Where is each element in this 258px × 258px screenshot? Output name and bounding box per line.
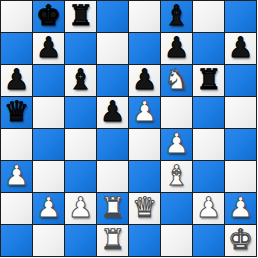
square-b3[interactable]: [33, 161, 64, 192]
piece-white-knight: ♞: [164, 66, 189, 94]
square-e6[interactable]: ♟: [129, 65, 160, 96]
square-f1[interactable]: [161, 225, 192, 256]
square-c2[interactable]: ♟: [65, 193, 96, 224]
square-e8[interactable]: [129, 1, 160, 32]
square-a5[interactable]: ♛: [1, 97, 32, 128]
square-h5[interactable]: [225, 97, 256, 128]
piece-white-rook: ♜: [100, 194, 125, 222]
square-h3[interactable]: [225, 161, 256, 192]
square-h6[interactable]: [225, 65, 256, 96]
piece-white-pawn: ♟: [196, 194, 221, 222]
square-b5[interactable]: [33, 97, 64, 128]
piece-white-queen: ♛: [132, 194, 157, 222]
piece-black-pawn: ♟: [36, 34, 61, 62]
square-e3[interactable]: [129, 161, 160, 192]
square-g6[interactable]: ♜: [193, 65, 224, 96]
square-d7[interactable]: [97, 33, 128, 64]
piece-white-pawn: ♟: [36, 194, 61, 222]
square-h7[interactable]: ♟: [225, 33, 256, 64]
piece-black-rook: ♜: [68, 2, 93, 30]
square-d6[interactable]: [97, 65, 128, 96]
piece-black-bishop: ♝: [68, 66, 93, 94]
square-f8[interactable]: ♝: [161, 1, 192, 32]
chess-board: ♚♜♝♟♟♟♟♝♟♞♜♛♟♟♟♟♝♟♟♜♛♟♟♜♚: [0, 0, 257, 257]
square-c6[interactable]: ♝: [65, 65, 96, 96]
square-a2[interactable]: [1, 193, 32, 224]
piece-white-pawn: ♟: [228, 194, 253, 222]
square-f6[interactable]: ♞: [161, 65, 192, 96]
piece-black-pawn: ♟: [100, 98, 125, 126]
piece-white-pawn: ♟: [4, 162, 29, 190]
square-g2[interactable]: ♟: [193, 193, 224, 224]
square-h4[interactable]: [225, 129, 256, 160]
square-d2[interactable]: ♜: [97, 193, 128, 224]
square-b6[interactable]: [33, 65, 64, 96]
piece-black-pawn: ♟: [228, 34, 253, 62]
square-g3[interactable]: [193, 161, 224, 192]
square-h2[interactable]: ♟: [225, 193, 256, 224]
piece-black-pawn: ♟: [164, 34, 189, 62]
square-c1[interactable]: [65, 225, 96, 256]
square-d4[interactable]: [97, 129, 128, 160]
square-b8[interactable]: ♚: [33, 1, 64, 32]
square-d5[interactable]: ♟: [97, 97, 128, 128]
piece-black-pawn: ♟: [132, 66, 157, 94]
square-h1[interactable]: ♚: [225, 225, 256, 256]
square-d1[interactable]: ♜: [97, 225, 128, 256]
square-g7[interactable]: [193, 33, 224, 64]
piece-white-pawn: ♟: [164, 130, 189, 158]
square-a8[interactable]: [1, 1, 32, 32]
square-e5[interactable]: ♟: [129, 97, 160, 128]
square-f5[interactable]: [161, 97, 192, 128]
square-e4[interactable]: [129, 129, 160, 160]
square-f2[interactable]: [161, 193, 192, 224]
square-g1[interactable]: [193, 225, 224, 256]
square-a7[interactable]: [1, 33, 32, 64]
piece-white-pawn: ♟: [68, 194, 93, 222]
square-e2[interactable]: ♛: [129, 193, 160, 224]
square-f7[interactable]: ♟: [161, 33, 192, 64]
square-b7[interactable]: ♟: [33, 33, 64, 64]
square-c8[interactable]: ♜: [65, 1, 96, 32]
piece-black-queen: ♛: [4, 98, 29, 126]
square-c3[interactable]: [65, 161, 96, 192]
square-b1[interactable]: [33, 225, 64, 256]
square-d8[interactable]: [97, 1, 128, 32]
square-g4[interactable]: [193, 129, 224, 160]
square-e1[interactable]: [129, 225, 160, 256]
square-b2[interactable]: ♟: [33, 193, 64, 224]
square-g5[interactable]: [193, 97, 224, 128]
square-f4[interactable]: ♟: [161, 129, 192, 160]
square-a3[interactable]: ♟: [1, 161, 32, 192]
piece-white-pawn: ♟: [132, 98, 157, 126]
piece-white-king: ♚: [228, 226, 253, 254]
piece-black-rook: ♜: [196, 66, 221, 94]
piece-white-rook: ♜: [100, 226, 125, 254]
square-a4[interactable]: [1, 129, 32, 160]
piece-black-pawn: ♟: [4, 66, 29, 94]
square-g8[interactable]: [193, 1, 224, 32]
piece-white-bishop: ♝: [164, 162, 189, 190]
square-h8[interactable]: [225, 1, 256, 32]
square-c5[interactable]: [65, 97, 96, 128]
square-b4[interactable]: [33, 129, 64, 160]
square-f3[interactable]: ♝: [161, 161, 192, 192]
square-c4[interactable]: [65, 129, 96, 160]
piece-black-bishop: ♝: [164, 2, 189, 30]
piece-black-king: ♚: [36, 2, 61, 30]
square-d3[interactable]: [97, 161, 128, 192]
square-a6[interactable]: ♟: [1, 65, 32, 96]
square-a1[interactable]: [1, 225, 32, 256]
square-e7[interactable]: [129, 33, 160, 64]
square-c7[interactable]: [65, 33, 96, 64]
